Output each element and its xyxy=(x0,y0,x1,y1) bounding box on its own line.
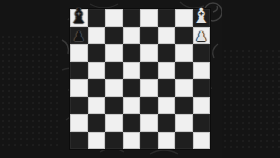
square-h6[interactable] xyxy=(193,44,211,62)
square-h3[interactable] xyxy=(193,97,211,115)
square-b4[interactable] xyxy=(88,79,106,97)
square-h1[interactable] xyxy=(193,132,211,150)
square-g3[interactable] xyxy=(175,97,193,115)
square-f5[interactable] xyxy=(158,62,176,80)
square-b6[interactable] xyxy=(88,44,106,62)
square-f8[interactable] xyxy=(158,9,176,27)
square-b1[interactable] xyxy=(88,132,106,150)
square-e5[interactable] xyxy=(140,62,158,80)
square-c2[interactable] xyxy=(105,114,123,132)
piece-white-pawn[interactable]: ♟ xyxy=(195,29,208,43)
square-e7[interactable] xyxy=(140,27,158,45)
square-d7[interactable] xyxy=(123,27,141,45)
square-c5[interactable] xyxy=(105,62,123,80)
square-e1[interactable] xyxy=(140,132,158,150)
square-h8[interactable]: ♝ xyxy=(193,9,211,27)
square-d8[interactable] xyxy=(123,9,141,27)
square-b2[interactable] xyxy=(88,114,106,132)
piece-white-bishop[interactable]: ♝ xyxy=(192,6,211,27)
square-c6[interactable] xyxy=(105,44,123,62)
square-g8[interactable] xyxy=(175,9,193,27)
square-d3[interactable] xyxy=(123,97,141,115)
square-h4[interactable] xyxy=(193,79,211,97)
square-c3[interactable] xyxy=(105,97,123,115)
square-a7[interactable]: ♟ xyxy=(70,27,88,45)
square-a5[interactable] xyxy=(70,62,88,80)
square-a6[interactable] xyxy=(70,44,88,62)
square-h7[interactable]: ♟ xyxy=(193,27,211,45)
square-g4[interactable] xyxy=(175,79,193,97)
square-e8[interactable] xyxy=(140,9,158,27)
square-c7[interactable] xyxy=(105,27,123,45)
square-g6[interactable] xyxy=(175,44,193,62)
dot-texture xyxy=(222,48,280,150)
square-b3[interactable] xyxy=(88,97,106,115)
square-f7[interactable] xyxy=(158,27,176,45)
chess-board[interactable]: ♝♝♟♟ xyxy=(70,9,210,149)
square-g2[interactable] xyxy=(175,114,193,132)
square-f3[interactable] xyxy=(158,97,176,115)
square-a4[interactable] xyxy=(70,79,88,97)
square-a3[interactable] xyxy=(70,97,88,115)
right-background-panel xyxy=(222,0,280,158)
square-b5[interactable] xyxy=(88,62,106,80)
chess-app-window: ♝♝♟♟ xyxy=(0,0,280,158)
left-background-panel xyxy=(0,0,60,158)
square-d5[interactable] xyxy=(123,62,141,80)
square-h2[interactable] xyxy=(193,114,211,132)
square-c4[interactable] xyxy=(105,79,123,97)
square-e6[interactable] xyxy=(140,44,158,62)
square-h5[interactable] xyxy=(193,62,211,80)
square-c1[interactable] xyxy=(105,132,123,150)
square-c8[interactable] xyxy=(105,9,123,27)
square-f1[interactable] xyxy=(158,132,176,150)
square-a1[interactable] xyxy=(70,132,88,150)
dot-texture xyxy=(0,34,60,150)
square-d6[interactable] xyxy=(123,44,141,62)
square-f4[interactable] xyxy=(158,79,176,97)
square-d2[interactable] xyxy=(123,114,141,132)
square-d4[interactable] xyxy=(123,79,141,97)
square-g1[interactable] xyxy=(175,132,193,150)
square-g7[interactable] xyxy=(175,27,193,45)
square-g5[interactable] xyxy=(175,62,193,80)
square-a2[interactable] xyxy=(70,114,88,132)
square-e4[interactable] xyxy=(140,79,158,97)
square-b8[interactable] xyxy=(88,9,106,27)
square-f2[interactable] xyxy=(158,114,176,132)
square-e2[interactable] xyxy=(140,114,158,132)
piece-black-bishop[interactable]: ♝ xyxy=(69,6,88,27)
square-f6[interactable] xyxy=(158,44,176,62)
square-d1[interactable] xyxy=(123,132,141,150)
square-a8[interactable]: ♝ xyxy=(70,9,88,27)
piece-black-pawn[interactable]: ♟ xyxy=(72,29,85,43)
square-b7[interactable] xyxy=(88,27,106,45)
square-e3[interactable] xyxy=(140,97,158,115)
